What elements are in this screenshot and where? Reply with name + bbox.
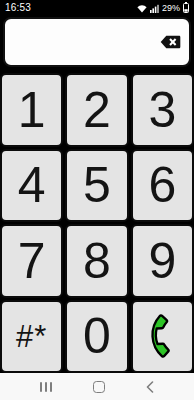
key-6[interactable]: 6 [131, 149, 194, 223]
signal-icon [150, 0, 159, 17]
key-1[interactable]: 1 [0, 73, 63, 147]
key-5[interactable]: 5 [65, 149, 128, 223]
status-icons: 29% [137, 0, 189, 17]
key-0[interactable]: 0 [65, 300, 128, 374]
key-hash-star-label: #* [16, 321, 47, 352]
backspace-icon [161, 36, 181, 49]
back-button[interactable] [146, 381, 154, 393]
key-7[interactable]: 7 [0, 224, 63, 298]
key-3-label: 3 [148, 85, 176, 135]
navigation-bar [0, 373, 194, 400]
battery-percent: 29% [162, 3, 180, 13]
key-3[interactable]: 3 [131, 73, 194, 147]
key-9-label: 9 [148, 236, 176, 286]
recents-button[interactable] [40, 382, 52, 392]
phone-icon [134, 308, 190, 364]
key-hash-star[interactable]: #* [0, 300, 63, 374]
phone-screen: 16:53 29% [0, 0, 194, 400]
clock: 16:53 [5, 2, 31, 13]
key-2-label: 2 [83, 85, 111, 135]
backspace-button[interactable] [160, 35, 181, 49]
key-9[interactable]: 9 [131, 224, 194, 298]
number-display[interactable] [3, 17, 191, 67]
key-6-label: 6 [148, 160, 176, 210]
battery-icon [183, 0, 189, 17]
key-4-label: 4 [18, 160, 46, 210]
key-8[interactable]: 8 [65, 224, 128, 298]
key-5-label: 5 [83, 160, 111, 210]
key-0-label: 0 [83, 311, 111, 361]
call-button[interactable] [131, 300, 194, 374]
recents-icon [40, 382, 42, 392]
key-4[interactable]: 4 [0, 149, 63, 223]
wifi-icon [137, 0, 147, 17]
key-8-label: 8 [83, 236, 111, 286]
dial-keypad: 1 2 3 4 5 6 7 8 9 #* 0 [0, 73, 194, 373]
home-button[interactable] [93, 381, 105, 393]
key-7-label: 7 [18, 236, 46, 286]
status-bar: 16:53 29% [0, 0, 194, 15]
key-2[interactable]: 2 [65, 73, 128, 147]
back-icon [146, 381, 154, 393]
key-1-label: 1 [18, 85, 46, 135]
